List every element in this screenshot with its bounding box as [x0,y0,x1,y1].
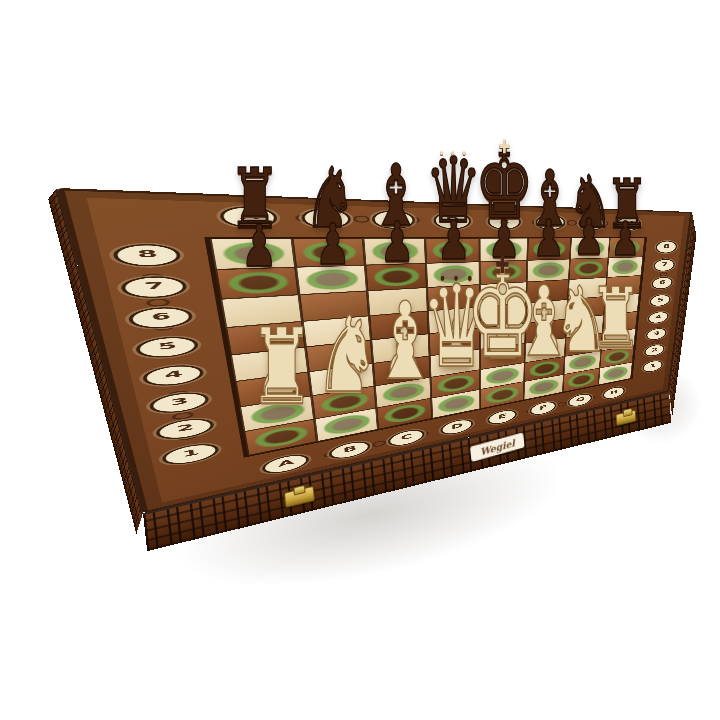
felt-pad [217,241,289,267]
rank-label-8: 8 [655,241,678,254]
felt-pad [610,258,640,275]
file-label-h: H [616,217,641,231]
rank-label-2: 2 [644,343,665,357]
felt-pad [531,240,568,259]
felt-pad [223,270,293,297]
file-label-b: B [328,439,370,462]
rank-label-2: 2 [154,416,215,443]
file-label-e: E [488,213,521,230]
rank-label-6: 6 [126,306,194,331]
product-photo-stage: Wegiel ABCDEFGH ABCDEFGH 87654321 876543… [0,0,720,720]
rank-label-4: 4 [647,311,669,325]
felt-pad [572,260,605,278]
file-label-g: G [568,392,593,409]
file-label-c: C [371,210,415,229]
square-h8[interactable] [608,238,645,258]
file-label-c: C [388,427,425,448]
file-label-d: D [433,212,471,230]
rank-label-7: 7 [119,275,189,299]
felt-pad [530,261,566,280]
rank-label-3: 3 [646,327,668,341]
felt-pad [430,240,476,261]
felt-pad [484,262,524,282]
file-label-f: F [535,214,565,230]
rank-label-5: 5 [649,294,671,308]
square-b7[interactable] [296,265,368,295]
rank-label-3: 3 [148,390,211,417]
square-f7[interactable] [527,259,570,282]
square-b8[interactable] [292,238,365,267]
file-label-h: H [602,385,625,401]
file-label-g: G [578,216,606,231]
felt-pad [611,239,642,256]
square-e8[interactable] [480,238,528,262]
file-label-f: F [530,400,557,418]
square-g8[interactable] [570,238,610,259]
felt-pad [431,264,476,286]
felt-pad [370,265,422,288]
rank-label-4: 4 [141,363,205,389]
square-g7[interactable] [569,258,608,280]
felt-pad [302,267,362,292]
square-f8[interactable] [527,238,571,260]
felt-pad [368,240,421,263]
felt-pad [298,241,359,265]
felt-pad [573,240,607,258]
square-d8[interactable] [425,238,480,263]
rank-label-8: 8 [111,244,182,267]
square-d7[interactable] [426,262,480,288]
rank-label-1: 1 [642,359,663,373]
file-labels-far: ABCDEFGH [202,193,648,238]
felt-pad [484,240,525,260]
square-a8[interactable] [210,239,296,270]
square-h7[interactable] [607,257,643,278]
square-c8[interactable] [363,238,426,265]
file-label-b: B [301,208,352,228]
file-label-e: E [488,408,517,427]
square-a7[interactable] [215,267,299,299]
file-label-a: A [218,206,278,228]
file-label-a: A [261,452,310,477]
file-label-d: D [440,417,473,437]
rank-label-7: 7 [653,259,675,272]
rank-label-1: 1 [160,441,220,468]
square-c7[interactable] [365,263,427,291]
rank-label-6: 6 [651,276,673,289]
rank-label-5: 5 [134,335,200,360]
square-e7[interactable] [480,260,528,284]
